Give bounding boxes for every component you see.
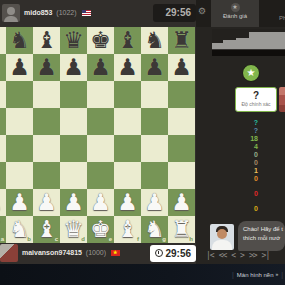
- piece-br[interactable]: ♜: [168, 27, 195, 53]
- gear-icon[interactable]: ⚙: [198, 6, 206, 16]
- file-label-h: h: [189, 236, 193, 242]
- square-e5[interactable]: [87, 108, 114, 135]
- square-d7[interactable]: ♟: [60, 54, 87, 81]
- bottom-player-clock: 29:56: [150, 245, 196, 262]
- square-g2[interactable]: ♟: [141, 189, 168, 216]
- square-h2[interactable]: ♟: [168, 189, 195, 216]
- square-h4[interactable]: [168, 135, 195, 162]
- bottom-player-username: maivanson974815: [22, 249, 82, 256]
- piece-bb[interactable]: ♝: [114, 27, 141, 53]
- square-c8[interactable]: ♝: [33, 27, 60, 54]
- stat-book: 0: [196, 159, 258, 167]
- square-f8[interactable]: ♝: [114, 27, 141, 54]
- top-player-avatar[interactable]: [2, 4, 20, 22]
- accuracy-box[interactable]: ? Độ chính xác: [235, 87, 277, 112]
- move-classification-stats: ??184001000: [196, 119, 258, 213]
- stat-mistake: 0: [196, 175, 258, 183]
- avatar-silhouette: [7, 7, 15, 15]
- accuracy-label: Độ chính xác: [236, 101, 276, 107]
- accuracy-photo-sliver: [279, 87, 285, 112]
- square-g7[interactable]: ♟: [141, 54, 168, 81]
- taskbar-separator: |: [281, 271, 283, 279]
- panel-tabs: ⚙ ★ Đánh giá Phân tích: [196, 0, 285, 27]
- square-d4[interactable]: [60, 135, 87, 162]
- stat-excellent: 4: [196, 143, 258, 151]
- game-review-panel: ⚙ ★ Đánh giá Phân tích ★ ? Độ chính xác …: [196, 0, 285, 264]
- square-h5[interactable]: [168, 108, 195, 135]
- piece-wp[interactable]: ♟: [60, 189, 87, 215]
- move-navigation: |<<<<>>>>|: [206, 251, 285, 260]
- chat-line-1: Chào! Hãy để t: [243, 225, 285, 234]
- coach-chat: Chào! Hãy để t thích mỗi nướ: [210, 221, 285, 253]
- coach-shirt: [212, 240, 232, 250]
- nav-back-button[interactable]: <: [231, 251, 235, 260]
- square-f4[interactable]: [114, 135, 141, 162]
- piece-bp[interactable]: ♟: [33, 54, 60, 80]
- coach-face: [217, 229, 227, 239]
- stat-best: 18: [196, 135, 258, 143]
- nav-forward-button[interactable]: >: [240, 251, 244, 260]
- square-h7[interactable]: ♟: [168, 54, 195, 81]
- top-player-bar: mido853 (1022) 29:56: [0, 0, 196, 27]
- us-flag-icon: [82, 10, 91, 16]
- bottom-player-avatar[interactable]: [0, 244, 18, 262]
- tab-phan-tich-label: Phân tích: [279, 15, 285, 21]
- star-circle-icon: ★: [231, 3, 240, 12]
- stat-miss: 0: [196, 190, 258, 198]
- file-label-c: c: [55, 236, 58, 242]
- taskbar: | Màn hình nền » | Liên kết: [0, 264, 285, 285]
- file-label-e: e: [109, 236, 112, 242]
- piece-wp[interactable]: ♟: [141, 189, 168, 215]
- square-e6[interactable]: [87, 81, 114, 108]
- square-h1[interactable]: ♜h: [168, 216, 195, 243]
- coach-chat-bubble: Chào! Hãy để t thích mỗi nướ: [238, 221, 285, 251]
- app-window: mido853 (1022) 29:56 ♜♞♝♛♚♝♞♜♟♟♟♟♟♟♟♟♟♟♟…: [0, 0, 285, 285]
- square-g8[interactable]: ♞: [141, 27, 168, 54]
- board-viewport: ♜♞♝♛♚♝♞♜♟♟♟♟♟♟♟♟♟♟♟♟♟♟♟♟♜a♞b♝c♛d♚e♝f♞g♜h: [0, 27, 196, 243]
- square-f1[interactable]: ♝f: [114, 216, 141, 243]
- square-e1[interactable]: ♚e: [87, 216, 114, 243]
- square-e8[interactable]: ♚: [87, 27, 114, 54]
- piece-wp[interactable]: ♟: [168, 189, 195, 215]
- accuracy-value: ?: [236, 90, 276, 101]
- square-h6[interactable]: [168, 81, 195, 108]
- square-d2[interactable]: ♟: [60, 189, 87, 216]
- square-f5[interactable]: [114, 108, 141, 135]
- piece-bq[interactable]: ♛: [60, 27, 87, 53]
- square-c6[interactable]: [33, 81, 60, 108]
- square-b3[interactable]: [6, 162, 33, 189]
- tab-danh-gia[interactable]: ★ Đánh giá: [211, 0, 259, 27]
- square-h8[interactable]: ♜: [168, 27, 195, 54]
- piece-bp[interactable]: ♟: [168, 54, 195, 80]
- square-e3[interactable]: [87, 162, 114, 189]
- square-d8[interactable]: ♛: [60, 27, 87, 54]
- square-c3[interactable]: [33, 162, 60, 189]
- nav-forward-fast-button[interactable]: >>: [249, 251, 257, 260]
- top-player-username: mido853: [24, 9, 52, 16]
- taskbar-toolbars: | Màn hình nền » | Liên kết: [229, 271, 285, 279]
- stat-good: 0: [196, 151, 258, 159]
- clock-icon: [155, 249, 163, 257]
- piece-bn[interactable]: ♞: [6, 27, 33, 53]
- square-g3[interactable]: [141, 162, 168, 189]
- square-b6[interactable]: [6, 81, 33, 108]
- bottom-player-name[interactable]: maivanson974815 (1000): [22, 249, 120, 256]
- taskbar-separator: |: [232, 271, 234, 279]
- square-d3[interactable]: [60, 162, 87, 189]
- square-b4[interactable]: [6, 135, 33, 162]
- eval-area-white: [212, 32, 285, 50]
- square-b1[interactable]: ♞b: [6, 216, 33, 243]
- stat-missed-win: 0: [196, 205, 258, 213]
- chess-board[interactable]: ♜♞♝♛♚♝♞♜♟♟♟♟♟♟♟♟♟♟♟♟♟♟♟♟♜a♞b♝c♛d♚e♝f♞g♜h: [0, 27, 195, 243]
- square-f2[interactable]: ♟: [114, 189, 141, 216]
- piece-bb[interactable]: ♝: [33, 27, 60, 53]
- square-c1[interactable]: ♝c: [33, 216, 60, 243]
- square-g1[interactable]: ♞g: [141, 216, 168, 243]
- file-label-d: d: [81, 236, 85, 242]
- file-label-g: g: [162, 236, 166, 242]
- square-d6[interactable]: [60, 81, 87, 108]
- tab-phan-tich[interactable]: Phân tích: [279, 0, 285, 27]
- bottom-player-rating: (1000): [84, 249, 106, 256]
- piece-bk[interactable]: ♚: [87, 27, 114, 53]
- square-b8[interactable]: ♞: [6, 27, 33, 54]
- piece-bp[interactable]: ♟: [6, 54, 33, 80]
- top-player-clock: 29:56: [153, 4, 196, 22]
- square-b2[interactable]: ♟: [6, 189, 33, 216]
- square-e4[interactable]: [87, 135, 114, 162]
- taskbar-desktop-toolbar[interactable]: Màn hình nền: [237, 271, 274, 279]
- square-d5[interactable]: [60, 108, 87, 135]
- stat-inaccuracy: 1: [196, 167, 258, 175]
- square-c4[interactable]: [33, 135, 60, 162]
- piece-bp[interactable]: ♟: [87, 54, 114, 80]
- square-b5[interactable]: [6, 108, 33, 135]
- piece-wp[interactable]: ♟: [6, 189, 33, 215]
- square-g5[interactable]: [141, 108, 168, 135]
- square-g4[interactable]: [141, 135, 168, 162]
- piece-bn[interactable]: ♞: [141, 27, 168, 53]
- square-h3[interactable]: [168, 162, 195, 189]
- bottom-player-bar: maivanson974815 (1000) 29:56: [0, 243, 196, 264]
- square-g6[interactable]: [141, 81, 168, 108]
- chevron-overflow-icon[interactable]: »: [276, 271, 279, 277]
- piece-wp[interactable]: ♟: [87, 189, 114, 215]
- square-b7[interactable]: ♟: [6, 54, 33, 81]
- file-label-b: b: [27, 236, 31, 242]
- square-e7[interactable]: ♟: [87, 54, 114, 81]
- piece-bp[interactable]: ♟: [114, 54, 141, 80]
- eval-area-black: [212, 50, 285, 57]
- file-label-f: f: [137, 236, 139, 242]
- vn-flag-icon: [111, 250, 120, 256]
- square-f6[interactable]: [114, 81, 141, 108]
- nav-back-fast-button[interactable]: <<: [219, 251, 227, 260]
- top-player-rating: (1022): [54, 9, 76, 16]
- stat-great: ?: [196, 127, 258, 135]
- coach-avatar[interactable]: [210, 224, 234, 250]
- square-c5[interactable]: [33, 108, 60, 135]
- piece-bp[interactable]: ♟: [60, 54, 87, 80]
- square-f7[interactable]: ♟: [114, 54, 141, 81]
- square-e2[interactable]: ♟: [87, 189, 114, 216]
- square-d1[interactable]: ♛d: [60, 216, 87, 243]
- top-player-name[interactable]: mido853 (1022): [24, 9, 91, 16]
- square-c7[interactable]: ♟: [33, 54, 60, 81]
- square-f3[interactable]: [114, 162, 141, 189]
- piece-bp[interactable]: ♟: [141, 54, 168, 80]
- avatar-silhouette: [4, 16, 18, 22]
- tab-danh-gia-label: Đánh giá: [211, 13, 259, 19]
- review-star-badge[interactable]: ★: [242, 64, 260, 82]
- evaluation-graph[interactable]: [212, 29, 285, 56]
- nav-first-move-button[interactable]: |<: [206, 251, 214, 260]
- square-c2[interactable]: ♟: [33, 189, 60, 216]
- file-label-a: a: [1, 236, 4, 242]
- nav-last-move-button[interactable]: >|: [262, 251, 270, 260]
- stat-brilliant: ?: [196, 119, 258, 127]
- piece-wp[interactable]: ♟: [114, 189, 141, 215]
- piece-wp[interactable]: ♟: [33, 189, 60, 215]
- chat-line-2: thích mỗi nướ: [243, 234, 285, 243]
